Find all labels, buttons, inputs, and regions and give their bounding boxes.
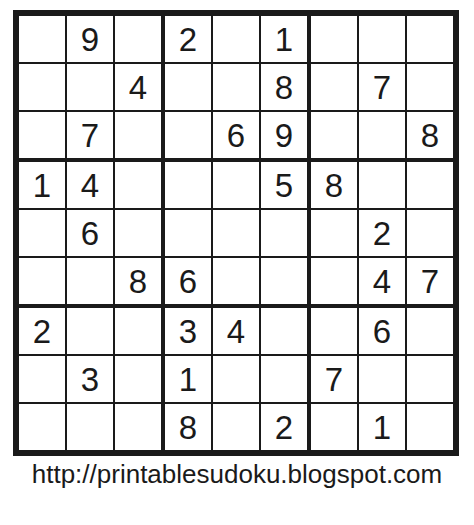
sudoku-cell-r6c6[interactable]	[261, 258, 307, 304]
sudoku-cell-r3c4[interactable]	[165, 112, 211, 158]
sudoku-cell-r5c9[interactable]	[407, 210, 453, 256]
sudoku-cell-r7c5: 4	[213, 308, 259, 354]
sudoku-cell-r3c5: 6	[213, 112, 259, 158]
sudoku-cell-r4c8[interactable]	[359, 162, 405, 208]
sudoku-cell-r6c5[interactable]	[213, 258, 259, 304]
sudoku-cell-r7c2[interactable]	[67, 308, 113, 354]
sudoku-cell-r7c3[interactable]	[115, 308, 161, 354]
sudoku-cell-r1c7[interactable]	[311, 16, 357, 62]
sudoku-cell-r3c6: 9	[261, 112, 307, 158]
sudoku-box-1-0: 1468	[19, 162, 161, 304]
sudoku-box-0-0: 947	[19, 16, 161, 158]
sudoku-cell-r9c4: 8	[165, 404, 211, 450]
sudoku-cell-r2c7[interactable]	[311, 64, 357, 110]
sudoku-cell-r2c6: 8	[261, 64, 307, 110]
sudoku-cell-r5c6[interactable]	[261, 210, 307, 256]
sudoku-cell-r4c7: 8	[311, 162, 357, 208]
sudoku-cell-r3c8[interactable]	[359, 112, 405, 158]
sudoku-cell-r1c2: 9	[67, 16, 113, 62]
sudoku-cell-r9c9[interactable]	[407, 404, 453, 450]
sudoku-cell-r5c1[interactable]	[19, 210, 65, 256]
sudoku-cell-r8c9[interactable]	[407, 356, 453, 402]
printable-sudoku-page: 947218697814685682472334182671 http://pr…	[0, 0, 474, 525]
sudoku-cell-r4c2: 4	[67, 162, 113, 208]
sudoku-cell-r7c9[interactable]	[407, 308, 453, 354]
sudoku-cell-r2c8: 7	[359, 64, 405, 110]
sudoku-cell-r6c3: 8	[115, 258, 161, 304]
sudoku-cell-r1c6: 1	[261, 16, 307, 62]
sudoku-cell-r7c1: 2	[19, 308, 65, 354]
sudoku-cell-r1c9[interactable]	[407, 16, 453, 62]
sudoku-cell-r3c7[interactable]	[311, 112, 357, 158]
sudoku-box-2-0: 23	[19, 308, 161, 450]
sudoku-cell-r8c1[interactable]	[19, 356, 65, 402]
sudoku-cell-r2c4[interactable]	[165, 64, 211, 110]
sudoku-cell-r9c7[interactable]	[311, 404, 357, 450]
sudoku-cell-r5c3[interactable]	[115, 210, 161, 256]
sudoku-cell-r6c4: 6	[165, 258, 211, 304]
sudoku-cell-r6c9: 7	[407, 258, 453, 304]
sudoku-box-0-1: 21869	[165, 16, 307, 158]
sudoku-cell-r7c7[interactable]	[311, 308, 357, 354]
sudoku-cell-r6c2[interactable]	[67, 258, 113, 304]
sudoku-cell-r9c2[interactable]	[67, 404, 113, 450]
sudoku-cell-r8c4: 1	[165, 356, 211, 402]
sudoku-cell-r8c6[interactable]	[261, 356, 307, 402]
sudoku-cell-r5c8: 2	[359, 210, 405, 256]
sudoku-cell-r8c7: 7	[311, 356, 357, 402]
sudoku-cell-r4c9[interactable]	[407, 162, 453, 208]
sudoku-cell-r3c2: 7	[67, 112, 113, 158]
sudoku-cell-r2c1[interactable]	[19, 64, 65, 110]
sudoku-cell-r7c4: 3	[165, 308, 211, 354]
sudoku-cell-r2c2[interactable]	[67, 64, 113, 110]
sudoku-cell-r9c3[interactable]	[115, 404, 161, 450]
sudoku-cell-r2c5[interactable]	[213, 64, 259, 110]
sudoku-box-0-2: 78	[311, 16, 453, 158]
sudoku-cell-r1c5[interactable]	[213, 16, 259, 62]
sudoku-cell-r5c4[interactable]	[165, 210, 211, 256]
sudoku-cell-r7c6[interactable]	[261, 308, 307, 354]
sudoku-cell-r3c1[interactable]	[19, 112, 65, 158]
sudoku-box-2-1: 34182	[165, 308, 307, 450]
sudoku-cell-r7c8: 6	[359, 308, 405, 354]
sudoku-cell-r4c6: 5	[261, 162, 307, 208]
sudoku-cell-r1c3[interactable]	[115, 16, 161, 62]
sudoku-box-2-2: 671	[311, 308, 453, 450]
sudoku-cell-r9c6: 2	[261, 404, 307, 450]
source-url: http://printablesudoku.blogspot.com	[0, 459, 474, 490]
sudoku-cell-r5c7[interactable]	[311, 210, 357, 256]
sudoku-cell-r4c4[interactable]	[165, 162, 211, 208]
sudoku-cell-r6c7[interactable]	[311, 258, 357, 304]
sudoku-cell-r8c5[interactable]	[213, 356, 259, 402]
sudoku-cell-r5c2: 6	[67, 210, 113, 256]
sudoku-cell-r1c1[interactable]	[19, 16, 65, 62]
sudoku-cell-r4c3[interactable]	[115, 162, 161, 208]
sudoku-cell-r8c8[interactable]	[359, 356, 405, 402]
sudoku-cell-r3c9: 8	[407, 112, 453, 158]
sudoku-cell-r8c3[interactable]	[115, 356, 161, 402]
sudoku-cell-r3c3[interactable]	[115, 112, 161, 158]
sudoku-cell-r8c2: 3	[67, 356, 113, 402]
sudoku-cell-r5c5[interactable]	[213, 210, 259, 256]
sudoku-cell-r4c1: 1	[19, 162, 65, 208]
sudoku-cell-r4c5[interactable]	[213, 162, 259, 208]
sudoku-cell-r6c8: 4	[359, 258, 405, 304]
sudoku-cell-r1c8[interactable]	[359, 16, 405, 62]
sudoku-box-1-2: 8247	[311, 162, 453, 304]
sudoku-cell-r2c3: 4	[115, 64, 161, 110]
sudoku-board: 947218697814685682472334182671	[13, 10, 459, 456]
sudoku-cell-r9c5[interactable]	[213, 404, 259, 450]
sudoku-cell-r9c1[interactable]	[19, 404, 65, 450]
sudoku-cell-r6c1[interactable]	[19, 258, 65, 304]
sudoku-cell-r1c4: 2	[165, 16, 211, 62]
sudoku-box-1-1: 56	[165, 162, 307, 304]
sudoku-cell-r9c8: 1	[359, 404, 405, 450]
sudoku-cell-r2c9[interactable]	[407, 64, 453, 110]
